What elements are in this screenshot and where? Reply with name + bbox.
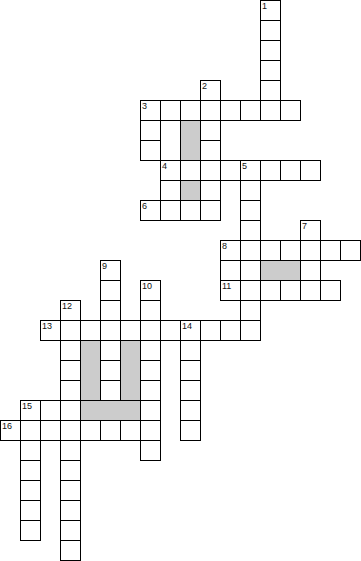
cell-r19c3[interactable] bbox=[60, 380, 81, 401]
cell-r21c5[interactable] bbox=[100, 420, 121, 441]
cell-r14c15[interactable] bbox=[300, 280, 321, 301]
cell-r15c12[interactable] bbox=[240, 300, 261, 321]
cell-r8c9[interactable] bbox=[180, 160, 201, 181]
cell-r9c8[interactable] bbox=[160, 180, 181, 201]
cell-r17c3[interactable] bbox=[60, 340, 81, 361]
cell-r12c17[interactable] bbox=[340, 240, 361, 261]
cell-r17c7[interactable] bbox=[140, 340, 161, 361]
cell-r14c14[interactable] bbox=[280, 280, 301, 301]
cell-r14c16[interactable] bbox=[320, 280, 341, 301]
cell-r12c15[interactable] bbox=[300, 240, 321, 261]
cell-r14c5[interactable] bbox=[100, 280, 121, 301]
blocked-region-1 bbox=[180, 120, 201, 161]
cell-r13c5[interactable] bbox=[100, 260, 121, 281]
cell-r5c14[interactable] bbox=[280, 100, 301, 121]
cell-r27c3[interactable] bbox=[60, 540, 81, 561]
cell-r5c7[interactable] bbox=[140, 100, 161, 121]
cell-r17c5[interactable] bbox=[100, 340, 121, 361]
cell-r16c6[interactable] bbox=[120, 320, 141, 341]
cell-r12c12[interactable] bbox=[240, 240, 261, 261]
cell-r21c0[interactable] bbox=[0, 420, 21, 441]
cell-r5c12[interactable] bbox=[240, 100, 261, 121]
cell-r19c5[interactable] bbox=[100, 380, 121, 401]
cell-r0c13[interactable] bbox=[260, 0, 281, 21]
cell-r8c12[interactable] bbox=[240, 160, 261, 181]
cell-r8c10[interactable] bbox=[200, 160, 221, 181]
cell-r25c1[interactable] bbox=[20, 500, 41, 521]
cell-r5c9[interactable] bbox=[180, 100, 201, 121]
cell-r21c4[interactable] bbox=[80, 420, 101, 441]
cell-r16c10[interactable] bbox=[200, 320, 221, 341]
cell-r18c5[interactable] bbox=[100, 360, 121, 381]
cell-r2c13[interactable] bbox=[260, 40, 281, 61]
cell-r20c3[interactable] bbox=[60, 400, 81, 421]
cell-r21c9[interactable] bbox=[180, 420, 201, 441]
cell-r21c1[interactable] bbox=[20, 420, 41, 441]
cell-r10c7[interactable] bbox=[140, 200, 161, 221]
cell-r9c12[interactable] bbox=[240, 180, 261, 201]
blocked-region-4 bbox=[80, 340, 101, 401]
cell-r12c11[interactable] bbox=[220, 240, 241, 261]
cell-r11c12[interactable] bbox=[240, 220, 261, 241]
cell-r10c12[interactable] bbox=[240, 200, 261, 221]
cell-r5c11[interactable] bbox=[220, 100, 241, 121]
cell-r3c13[interactable] bbox=[260, 60, 281, 81]
cell-r21c7[interactable] bbox=[140, 420, 161, 441]
cell-r18c7[interactable] bbox=[140, 360, 161, 381]
blocked-region-6 bbox=[80, 400, 141, 421]
cell-r5c13[interactable] bbox=[260, 100, 281, 121]
cell-r21c3[interactable] bbox=[60, 420, 81, 441]
cell-r16c9[interactable] bbox=[180, 320, 201, 341]
cell-r15c3[interactable] bbox=[60, 300, 81, 321]
cell-r12c14[interactable] bbox=[280, 240, 301, 261]
cell-r15c7[interactable] bbox=[140, 300, 161, 321]
cell-r13c11[interactable] bbox=[220, 260, 241, 281]
cell-r10c8[interactable] bbox=[160, 200, 181, 221]
cell-r14c12[interactable] bbox=[240, 280, 261, 301]
cell-r10c9[interactable] bbox=[180, 200, 201, 221]
cell-r13c12[interactable] bbox=[240, 260, 261, 281]
cell-r16c8[interactable] bbox=[160, 320, 181, 341]
cell-r24c1[interactable] bbox=[20, 480, 41, 501]
cell-r18c3[interactable] bbox=[60, 360, 81, 381]
cell-r7c7[interactable] bbox=[140, 140, 161, 161]
cell-r17c9[interactable] bbox=[180, 340, 201, 361]
cell-r8c13[interactable] bbox=[260, 160, 281, 181]
cell-r16c7[interactable] bbox=[140, 320, 161, 341]
cell-r20c2[interactable] bbox=[40, 400, 61, 421]
cell-r14c13[interactable] bbox=[260, 280, 281, 301]
cell-r16c12[interactable] bbox=[240, 320, 261, 341]
cell-r26c3[interactable] bbox=[60, 520, 81, 541]
blocked-region-3 bbox=[260, 260, 301, 281]
cell-r16c2[interactable] bbox=[40, 320, 61, 341]
cell-r21c6[interactable] bbox=[120, 420, 141, 441]
cell-r22c3[interactable] bbox=[60, 440, 81, 461]
cell-r1c13[interactable] bbox=[260, 20, 281, 41]
cell-r19c9[interactable] bbox=[180, 380, 201, 401]
cell-r25c3[interactable] bbox=[60, 500, 81, 521]
cell-r8c8[interactable] bbox=[160, 160, 181, 181]
cell-r4c10[interactable] bbox=[200, 80, 221, 101]
cell-r12c16[interactable] bbox=[320, 240, 341, 261]
cell-r6c10[interactable] bbox=[200, 120, 221, 141]
cell-r4c13[interactable] bbox=[260, 80, 281, 101]
cell-r10c10[interactable] bbox=[200, 200, 221, 221]
cell-r5c10[interactable] bbox=[200, 100, 221, 121]
cell-r14c7[interactable] bbox=[140, 280, 161, 301]
cell-r20c1[interactable] bbox=[20, 400, 41, 421]
cell-r21c2[interactable] bbox=[40, 420, 61, 441]
cell-r16c4[interactable] bbox=[80, 320, 101, 341]
cell-r23c1[interactable] bbox=[20, 460, 41, 481]
cell-r20c9[interactable] bbox=[180, 400, 201, 421]
cell-r13c15[interactable] bbox=[300, 260, 321, 281]
blocked-region-2 bbox=[180, 180, 201, 201]
cell-r26c1[interactable] bbox=[20, 520, 41, 541]
cell-r20c7[interactable] bbox=[140, 400, 161, 421]
crossword-board: 12345678910111213141516 bbox=[0, 0, 361, 561]
cell-r8c14[interactable] bbox=[280, 160, 301, 181]
cell-r6c7[interactable] bbox=[140, 120, 161, 141]
cell-r5c8[interactable] bbox=[160, 100, 181, 121]
cell-r14c11[interactable] bbox=[220, 280, 241, 301]
cell-r22c7[interactable] bbox=[140, 440, 161, 461]
cell-r12c13[interactable] bbox=[260, 240, 281, 261]
cell-r18c9[interactable] bbox=[180, 360, 201, 381]
cell-r7c10[interactable] bbox=[200, 140, 221, 161]
cell-r16c5[interactable] bbox=[100, 320, 121, 341]
cell-r24c3[interactable] bbox=[60, 480, 81, 501]
cell-r15c5[interactable] bbox=[100, 300, 121, 321]
cell-r23c3[interactable] bbox=[60, 460, 81, 481]
cell-r11c15[interactable] bbox=[300, 220, 321, 241]
cell-r16c3[interactable] bbox=[60, 320, 81, 341]
cell-r16c11[interactable] bbox=[220, 320, 241, 341]
blocked-region-5 bbox=[120, 340, 141, 401]
cell-r19c7[interactable] bbox=[140, 380, 161, 401]
crossword-page: 12345678910111213141516 bbox=[0, 0, 361, 561]
cell-r8c15[interactable] bbox=[300, 160, 321, 181]
cell-r22c1[interactable] bbox=[20, 440, 41, 461]
cell-r8c11[interactable] bbox=[220, 160, 241, 181]
cell-r9c10[interactable] bbox=[200, 180, 221, 201]
